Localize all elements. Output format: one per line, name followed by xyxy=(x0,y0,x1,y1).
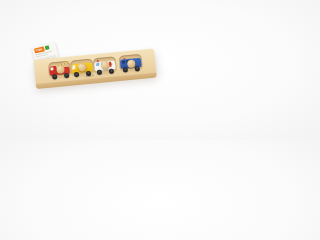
product-photo: Viga VIGA xyxy=(0,0,189,140)
slot-taxi-van xyxy=(69,57,95,79)
ambulance-front-wheel xyxy=(97,69,102,74)
fire-truck-rear-wheel xyxy=(64,72,69,77)
fire-truck-knob xyxy=(56,65,65,74)
police-truck-windshield xyxy=(122,60,125,64)
fire-truck-front-wheel xyxy=(51,73,56,78)
slot-police-truck xyxy=(118,52,144,74)
slot-ambulance xyxy=(92,55,118,77)
label-green-badge xyxy=(45,45,50,50)
ambulance-windshield xyxy=(96,62,100,66)
taxi-van-rear-wheel xyxy=(86,70,91,75)
slot-fire-truck xyxy=(47,59,72,81)
police-truck-front-wheel xyxy=(123,67,128,72)
taxi-van-knob xyxy=(78,63,87,72)
taxi-van-front-wheel xyxy=(73,71,78,76)
